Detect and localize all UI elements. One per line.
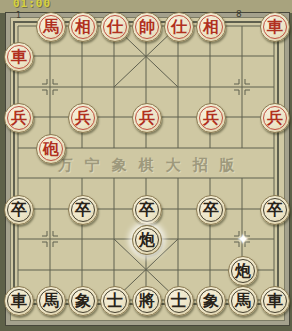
piece-glyph: 士 <box>171 287 187 315</box>
piece-black-elephant[interactable]: 象 <box>68 286 98 316</box>
piece-glyph: 馬 <box>43 13 59 41</box>
piece-glyph: 相 <box>75 13 91 41</box>
piece-glyph: 士 <box>107 287 123 315</box>
piece-red-soldier[interactable]: 兵 <box>4 103 34 133</box>
piece-black-horse[interactable]: 馬 <box>228 286 258 316</box>
file-label-1: 1 <box>16 11 21 20</box>
piece-glyph: 炮 <box>139 226 155 254</box>
piece-red-general[interactable]: 帥 <box>132 12 162 42</box>
piece-black-horse[interactable]: 馬 <box>36 286 66 316</box>
piece-glyph: 卒 <box>139 196 155 224</box>
piece-glyph: 車 <box>267 13 283 41</box>
piece-red-elephant[interactable]: 相 <box>196 12 226 42</box>
piece-glyph: 象 <box>75 287 91 315</box>
piece-red-horse[interactable]: 馬 <box>36 12 66 42</box>
piece-black-soldier[interactable]: 卒 <box>196 195 226 225</box>
piece-glyph: 兵 <box>139 104 155 132</box>
piece-red-soldier[interactable]: 兵 <box>260 103 290 133</box>
piece-red-chariot[interactable]: 車 <box>260 12 290 42</box>
piece-red-cannon[interactable]: 砲 <box>36 134 66 164</box>
piece-black-soldier[interactable]: 卒 <box>4 195 34 225</box>
piece-black-advisor[interactable]: 士 <box>100 286 130 316</box>
piece-black-elephant[interactable]: 象 <box>196 286 226 316</box>
piece-glyph: 仕 <box>171 13 187 41</box>
piece-glyph: 象 <box>203 287 219 315</box>
piece-glyph: 馬 <box>43 287 59 315</box>
piece-black-chariot[interactable]: 車 <box>260 286 290 316</box>
piece-glyph: 車 <box>11 43 27 71</box>
piece-black-general[interactable]: 將 <box>132 286 162 316</box>
piece-black-cannon[interactable]: 炮 <box>228 256 258 286</box>
piece-red-soldier[interactable]: 兵 <box>132 103 162 133</box>
piece-glyph: 相 <box>203 13 219 41</box>
piece-red-elephant[interactable]: 相 <box>68 12 98 42</box>
piece-glyph: 卒 <box>267 196 283 224</box>
piece-red-advisor[interactable]: 仕 <box>164 12 194 42</box>
piece-black-cannon[interactable]: 炮 <box>132 225 162 255</box>
piece-glyph: 馬 <box>235 287 251 315</box>
piece-glyph: 卒 <box>203 196 219 224</box>
piece-red-chariot[interactable]: 車 <box>4 42 34 72</box>
file-label-8: 8 <box>236 10 242 19</box>
piece-glyph: 仕 <box>107 13 123 41</box>
piece-red-advisor[interactable]: 仕 <box>100 12 130 42</box>
piece-glyph: 兵 <box>203 104 219 132</box>
piece-glyph: 兵 <box>75 104 91 132</box>
piece-red-soldier[interactable]: 兵 <box>196 103 226 133</box>
piece-glyph: 卒 <box>75 196 91 224</box>
piece-red-soldier[interactable]: 兵 <box>68 103 98 133</box>
piece-glyph: 兵 <box>11 104 27 132</box>
piece-glyph: 將 <box>139 287 155 315</box>
piece-glyph: 炮 <box>235 257 251 285</box>
piece-glyph: 車 <box>267 287 283 315</box>
xiangqi-app-window: 01:00 万宁象棋大招版 1 8 馬相仕帥仕相車車兵兵兵兵兵砲卒卒卒卒卒炮炮車… <box>0 0 292 331</box>
piece-black-soldier[interactable]: 卒 <box>132 195 162 225</box>
piece-glyph: 帥 <box>139 13 155 41</box>
piece-black-soldier[interactable]: 卒 <box>68 195 98 225</box>
piece-glyph: 兵 <box>267 104 283 132</box>
piece-black-soldier[interactable]: 卒 <box>260 195 290 225</box>
piece-black-advisor[interactable]: 士 <box>164 286 194 316</box>
piece-glyph: 卒 <box>11 196 27 224</box>
piece-black-chariot[interactable]: 車 <box>4 286 34 316</box>
piece-glyph: 砲 <box>43 135 59 163</box>
piece-glyph: 車 <box>11 287 27 315</box>
